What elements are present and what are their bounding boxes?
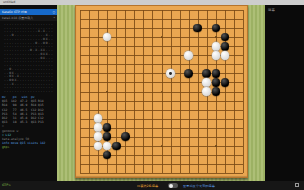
stone-black [221,78,230,87]
grid-line [234,10,235,173]
last-move-marker [169,72,172,75]
terminal-output: = genmove w= L12kata-analyze 50info move… [0,124,57,149]
goban-background [57,5,265,181]
status-text: GTP> [2,183,11,187]
grid-line [243,10,244,173]
stone-white [184,51,193,60]
grid-line [171,10,172,173]
main-area: · KataGo GTP 对局 ○ kata1-b18 权重已载入 * ....… [0,5,304,181]
spinner-icon: ○ [52,10,55,14]
stone-black [193,24,202,33]
grid-line [80,164,243,165]
stone-white [212,42,221,51]
stone-black [212,69,221,78]
grid-line [80,110,243,111]
stone-white [202,78,211,87]
stone-white [212,51,221,60]
stone-black [184,69,193,78]
grid-line [80,173,243,174]
analysis-table: mv po win pvQ15 142 47.2 Q15 R14R14 98 4… [0,94,57,124]
ascii-board: ........................................… [0,21,57,94]
login-hint-link[interactable]: 登录后发个友善的弹幕 [183,184,215,188]
stone-black [212,87,221,96]
stone-black [121,132,130,141]
stone-white [94,142,103,151]
hoshi-dot [215,145,217,147]
terminal-tab-subtitle: kata1-b18 权重已载入 [2,16,33,20]
danmaku-toggle[interactable] [168,183,178,188]
stone-white [103,33,112,42]
goban[interactable] [75,5,248,178]
stone-black [202,69,211,78]
stone-black [103,151,112,160]
grid-line [198,10,199,173]
grid-line [80,101,243,102]
grid-line [189,10,190,173]
side-panel-label: 弹幕 [268,8,275,12]
fullscreen-icon[interactable] [295,183,299,187]
stone-white [94,114,103,123]
asterisk-icon: * [54,16,56,20]
screen: untitled · KataGo GTP 对局 ○ kata1-b18 权重已… [0,0,304,190]
stone-black [103,123,112,132]
side-panel: 弹幕 [265,5,304,181]
terminal-pane[interactable]: · KataGo GTP 对局 ○ kata1-b18 权重已载入 * ....… [0,5,57,181]
menu-hint: · [2,5,3,9]
stone-black [112,142,121,151]
player-control-bar: GTP> 已装填2条弹幕 登录后发个友善的弹幕 [0,181,304,190]
stone-white [221,51,230,60]
stone-white [202,87,211,96]
stone-black [212,78,221,87]
stone-black [221,33,230,42]
stone-white [94,123,103,132]
window-title: untitled [3,0,15,4]
grid-line [80,119,243,120]
toggle-knob-icon [169,184,173,188]
stone-black [221,42,230,51]
terminal-tab-title: KataGo GTP 对局 [2,10,27,14]
stone-black [212,24,221,33]
stone-white [103,142,112,151]
hoshi-dot [215,36,217,38]
grid-line [180,10,181,173]
stone-white [94,132,103,141]
stone-black [103,132,112,141]
ascii-board-row: ................... [4,90,57,94]
danmaku-count: 已装填2条弹幕 [137,184,158,188]
terminal-line: gtp> [2,145,57,149]
